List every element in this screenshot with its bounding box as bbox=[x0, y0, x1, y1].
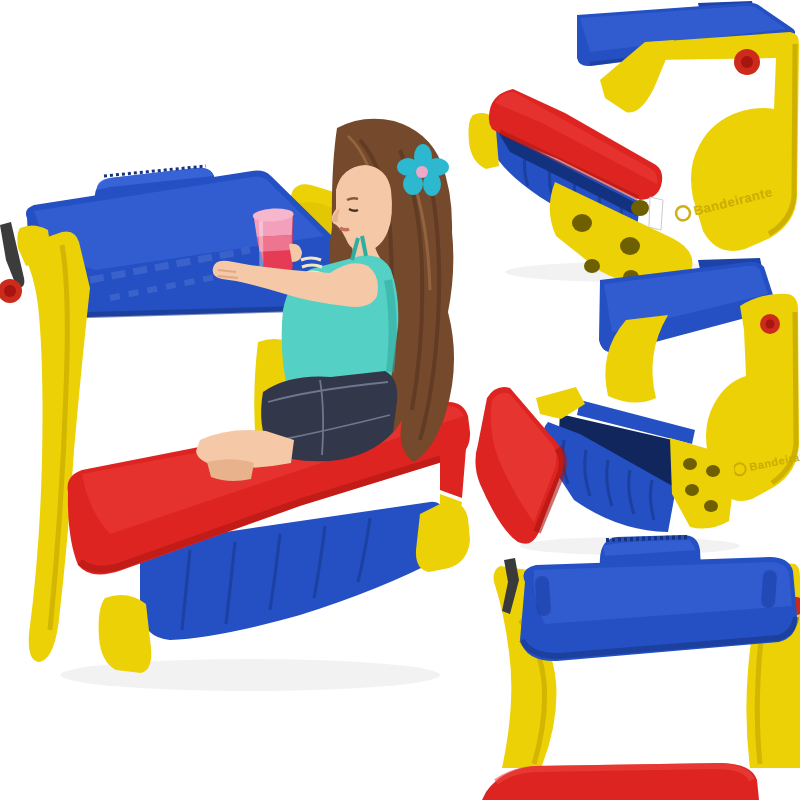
view-storage-open: Bandeirante bbox=[440, 258, 800, 560]
view-front-desk bbox=[440, 520, 800, 800]
product-photo-collage: Bandeirante bbox=[0, 0, 800, 800]
view-folded-desk: Bandeirante bbox=[440, 0, 800, 300]
girl-lips bbox=[340, 228, 349, 230]
lock-knob-center bbox=[4, 285, 16, 297]
product-tag bbox=[649, 197, 663, 230]
desk-leg-left bbox=[23, 231, 90, 662]
view-main-scene bbox=[0, 110, 480, 700]
bench-cap-left bbox=[99, 595, 152, 673]
lock-knob-center bbox=[766, 320, 775, 329]
frame-side-panel bbox=[652, 32, 799, 251]
bench-end-fragment bbox=[440, 426, 467, 498]
lock-knob-center bbox=[741, 56, 753, 68]
girl-calf bbox=[207, 459, 254, 481]
girl-top-shading bbox=[388, 280, 393, 372]
